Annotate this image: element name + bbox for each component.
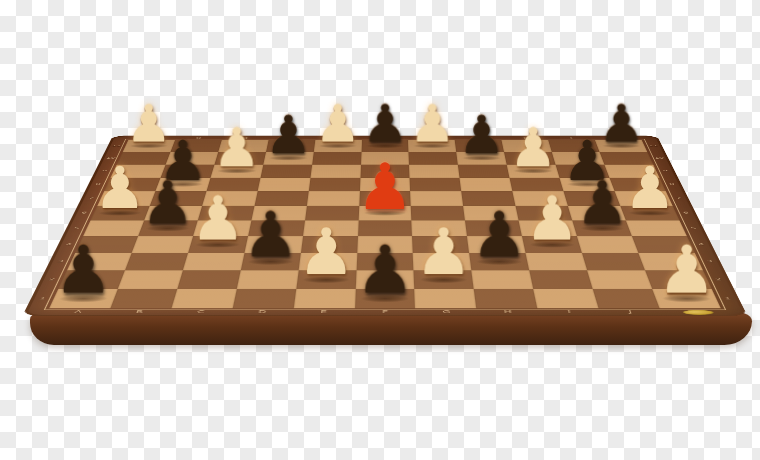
file-label-back-H: H — [469, 137, 487, 139]
file-label-back-D: D — [283, 137, 301, 139]
square-D11[interactable] — [266, 140, 315, 152]
square-C11[interactable] — [218, 140, 268, 152]
file-label-back-I: I — [515, 137, 533, 139]
square-H10[interactable] — [457, 152, 507, 164]
piece-glyph: ♟ — [339, 207, 430, 298]
piece-glyph: ♟ — [38, 207, 129, 298]
tafl-board: AABBCCDDEEFFGGHHIIJJKK112233445566778899… — [22, 136, 748, 316]
board-photo: AABBCCDDEEFFGGHHIIJJKK112233445566778899… — [0, 0, 760, 460]
file-label-back-J: J — [562, 137, 580, 139]
square-I11[interactable] — [502, 140, 552, 152]
square-H11[interactable] — [455, 140, 504, 152]
file-label-back-C: C — [236, 137, 254, 139]
square-D10[interactable] — [263, 152, 313, 164]
file-label-back-G: G — [423, 137, 441, 139]
perspective-scene: AABBCCDDEEFFGGHHIIJJKK112233445566778899… — [0, 0, 760, 460]
piece-glyph: ♟ — [641, 207, 732, 298]
file-label-back-B: B — [190, 137, 208, 139]
pieces-layer: ♟♟♟♟♟♟♟♟♟♟♟♟♟♟♟♟♟♟♟♟♟♟♟♟♟ — [22, 136, 748, 316]
